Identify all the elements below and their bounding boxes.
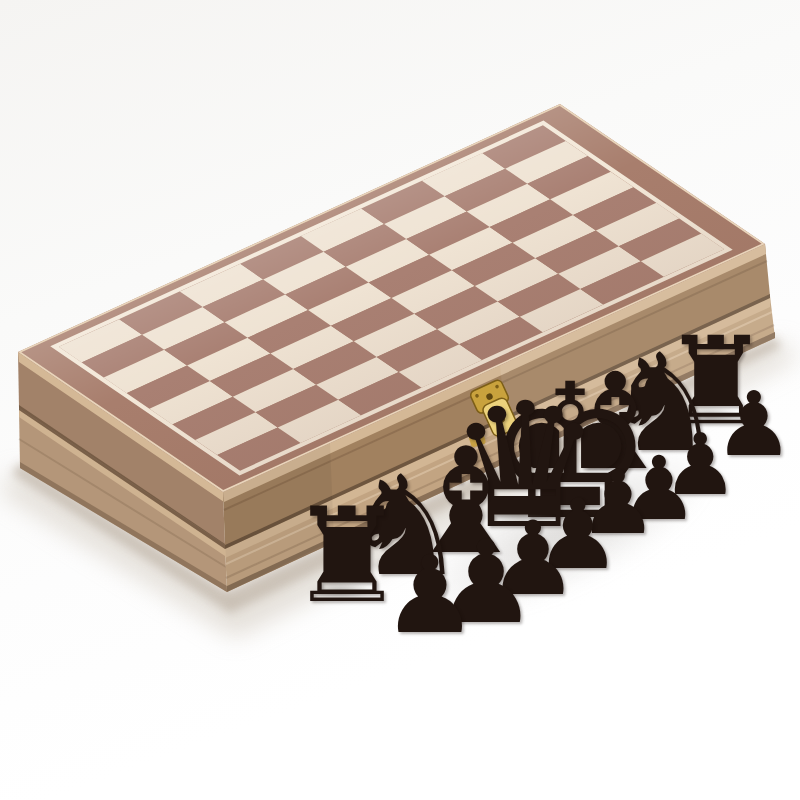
chess-piece-pawn: ♟: [382, 542, 478, 649]
product-photo: ♜♞♟♝♟♚♟♛♟♝♟♞♟♜♟♟: [0, 0, 800, 800]
pieces-layer: ♜♞♟♝♟♚♟♛♟♝♟♞♟♜♟♟: [0, 0, 800, 800]
